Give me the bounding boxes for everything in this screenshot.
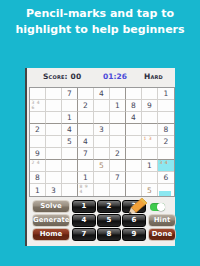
cell-r3c1[interactable] <box>30 112 46 124</box>
cell-r9c6[interactable] <box>110 184 126 196</box>
cell-r4c6[interactable] <box>110 124 126 136</box>
cell-digit: 9 <box>147 101 152 110</box>
key-6[interactable]: 6 <box>122 214 146 227</box>
pencil-marks: 3 4 <box>160 161 169 166</box>
sudoku-grid[interactable]: 7413 462189142438541 329722 4513 4817613… <box>29 87 175 197</box>
cell-r4c5[interactable]: 3 <box>94 124 110 136</box>
banner-line-2: highlight to help beginners <box>0 22 200 38</box>
cell-r5c3[interactable]: 5 <box>62 136 78 148</box>
cell-digit: 1 <box>147 161 152 170</box>
cell-r2c7[interactable]: 8 <box>126 100 142 112</box>
key-2[interactable]: 2 <box>97 200 121 213</box>
pencil-marks: 1 3 <box>144 137 153 142</box>
cell-r5c5[interactable] <box>94 136 110 148</box>
cell-digit: 8 <box>35 173 40 182</box>
score-display: Score: 00 <box>43 72 81 81</box>
cell-r7c3[interactable] <box>62 160 78 172</box>
status-bar: Score: 00 01:26 Hard <box>27 68 175 87</box>
cell-r1c4[interactable] <box>78 88 94 100</box>
cell-r1c7[interactable] <box>126 88 142 100</box>
cell-r1c6[interactable] <box>110 88 126 100</box>
cell-r5c1[interactable] <box>30 136 46 148</box>
cell-digit: 8 <box>164 125 169 134</box>
cell-digit: 1 <box>164 89 169 98</box>
cell-r5c4[interactable]: 4 <box>78 136 94 148</box>
cell-digit: 4 <box>131 113 136 122</box>
cell-r9c2[interactable]: 3 <box>46 184 62 196</box>
cell-r9c4[interactable]: 8 94 <box>78 184 94 196</box>
key-7[interactable]: 7 <box>72 228 96 241</box>
timer-display: 01:26 <box>103 72 127 81</box>
keypad-row-2: 456 <box>72 214 146 227</box>
cell-r3c3[interactable]: 1 <box>62 112 78 124</box>
cell-r8c2[interactable] <box>46 172 62 184</box>
highlight-sliver <box>159 191 171 196</box>
cell-r4c8[interactable] <box>142 124 158 136</box>
pencil-toggle[interactable] <box>150 203 165 212</box>
cell-r6c6[interactable]: 2 <box>110 148 126 160</box>
cell-r2c6[interactable]: 1 <box>110 100 126 112</box>
cell-r1c2[interactable] <box>46 88 62 100</box>
cell-r8c7[interactable] <box>126 172 142 184</box>
cell-r6c1[interactable]: 9 <box>30 148 46 160</box>
cell-r4c1[interactable]: 2 <box>30 124 46 136</box>
cell-digit: 7 <box>83 149 88 158</box>
banner-line-1: Pencil-marks and tap to <box>0 6 200 22</box>
cell-r8c8[interactable] <box>142 172 158 184</box>
key-5[interactable]: 5 <box>97 214 121 227</box>
difficulty-badge: Hard <box>144 72 163 81</box>
tutorial-banner: Pencil-marks and tap to highlight to hel… <box>0 0 200 38</box>
cell-r6c8[interactable] <box>142 148 158 160</box>
cell-r6c7[interactable] <box>126 148 142 160</box>
cell-r6c9[interactable] <box>158 148 174 160</box>
cell-r1c1[interactable] <box>30 88 46 100</box>
cell-r7c8[interactable]: 1 <box>142 160 158 172</box>
cell-r4c4[interactable] <box>78 124 94 136</box>
cell-digit: 1 <box>67 113 72 122</box>
cell-r8c9[interactable]: 6 <box>158 172 174 184</box>
cell-digit: 6 <box>164 173 169 182</box>
cell-digit: 5 <box>67 137 72 146</box>
generate-button[interactable]: Generate <box>32 214 70 227</box>
cell-digit: 3 <box>99 125 104 134</box>
cell-r5c8[interactable]: 1 3 <box>142 136 158 148</box>
cell-r8c5[interactable] <box>94 172 110 184</box>
cell-r1c8[interactable] <box>142 88 158 100</box>
cell-digit: 3 <box>51 186 56 195</box>
key-4[interactable]: 4 <box>72 214 96 227</box>
cell-r2c8[interactable]: 9 <box>142 100 158 112</box>
cell-r3c6[interactable] <box>110 112 126 124</box>
cell-r3c2[interactable] <box>46 112 62 124</box>
cell-r8c4[interactable]: 1 <box>78 172 94 184</box>
cell-digit: 5 <box>99 161 104 170</box>
cell-digit: 4 <box>83 137 88 146</box>
cell-digit: 4 <box>67 125 72 134</box>
cell-r2c3[interactable] <box>62 100 78 112</box>
control-row-2: Generate 456 Hint <box>27 214 177 227</box>
control-row-3: Home 789 Done <box>27 228 177 241</box>
cell-r7c1[interactable]: 2 4 <box>30 160 46 172</box>
cell-r9c8[interactable]: 5 <box>142 184 158 196</box>
pencil-marks: 2 4 <box>32 161 41 166</box>
cell-r8c6[interactable]: 7 <box>110 172 126 184</box>
cell-r6c5[interactable] <box>94 148 110 160</box>
cell-digit: 1 <box>35 186 40 195</box>
cell-r6c2[interactable] <box>46 148 62 160</box>
cell-r3c4[interactable] <box>78 112 94 124</box>
cell-r4c2[interactable] <box>46 124 62 136</box>
key-9[interactable]: 9 <box>122 228 146 241</box>
cell-r2c2[interactable] <box>46 100 62 112</box>
cell-r1c5[interactable]: 4 <box>94 88 110 100</box>
hint-button[interactable]: Hint <box>148 214 176 227</box>
solve-button[interactable]: Solve <box>32 200 70 213</box>
cell-r2c5[interactable] <box>94 100 110 112</box>
cell-r5c9[interactable]: 2 <box>158 136 174 148</box>
pencil-marks: 3 46 <box>32 101 41 110</box>
cell-r7c7[interactable] <box>126 160 142 172</box>
cell-r1c3[interactable]: 7 <box>62 88 78 100</box>
cell-r4c7[interactable] <box>126 124 142 136</box>
cell-r3c5[interactable] <box>94 112 110 124</box>
keypad-row-3: 789 <box>72 228 146 241</box>
cell-r9c1[interactable]: 1 <box>30 184 46 196</box>
cell-r5c7[interactable] <box>126 136 142 148</box>
cell-r7c9[interactable]: 3 4 <box>158 160 174 172</box>
cell-digit: 9 <box>35 149 40 158</box>
cell-r3c8[interactable] <box>142 112 158 124</box>
cell-r3c7[interactable]: 4 <box>126 112 142 124</box>
cell-digit: 2 <box>35 125 40 134</box>
cell-r8c3[interactable] <box>62 172 78 184</box>
cell-r4c9[interactable]: 8 <box>158 124 174 136</box>
cell-r3c9[interactable] <box>158 112 174 124</box>
pencil-icon[interactable] <box>127 197 149 215</box>
cell-digit: 2 <box>115 149 120 158</box>
cell-r9c5[interactable] <box>94 184 110 196</box>
control-row-1: Solve 123 <box>27 200 177 213</box>
cell-digit: 7 <box>115 173 120 182</box>
cell-r2c1[interactable]: 3 46 <box>30 100 46 112</box>
cell-digit: 2 <box>164 137 169 146</box>
cell-r6c3[interactable] <box>62 148 78 160</box>
cell-r9c7[interactable] <box>126 184 142 196</box>
cell-r2c9[interactable] <box>158 100 174 112</box>
cell-digit: 4 <box>99 89 104 98</box>
cell-digit: 1 <box>83 173 88 182</box>
cell-r4c3[interactable]: 4 <box>62 124 78 136</box>
pencil-marks: 8 94 <box>80 185 89 194</box>
done-button[interactable]: Done <box>148 228 176 241</box>
toggle-knob <box>157 203 165 211</box>
cell-r8c1[interactable]: 8 <box>30 172 46 184</box>
cell-digit: 5 <box>147 186 152 195</box>
cell-digit: 1 <box>115 101 120 110</box>
score-value: 00 <box>71 72 82 81</box>
cell-r1c9[interactable]: 1 <box>158 88 174 100</box>
cell-r7c5[interactable]: 5 <box>94 160 110 172</box>
cell-digit: 7 <box>67 89 72 98</box>
key-1[interactable]: 1 <box>72 200 96 213</box>
cell-r2c4[interactable]: 2 <box>78 100 94 112</box>
cell-r7c4[interactable] <box>78 160 94 172</box>
key-8[interactable]: 8 <box>97 228 121 241</box>
cell-digit: 2 <box>83 101 88 110</box>
cell-r5c6[interactable] <box>110 136 126 148</box>
home-button[interactable]: Home <box>32 228 70 241</box>
sudoku-app-window: Score: 00 01:26 Hard 7413 46218914243854… <box>25 68 175 246</box>
score-label: Score: <box>43 72 68 81</box>
cell-r5c2[interactable] <box>46 136 62 148</box>
cell-r7c6[interactable] <box>110 160 126 172</box>
cell-r6c4[interactable]: 7 <box>78 148 94 160</box>
cell-digit: 8 <box>131 101 136 110</box>
cell-r9c3[interactable] <box>62 184 78 196</box>
cell-r7c2[interactable] <box>46 160 62 172</box>
